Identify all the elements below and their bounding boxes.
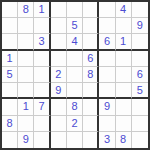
cell-r3c7[interactable]: 6 bbox=[99, 34, 115, 50]
cell-r4c5[interactable] bbox=[67, 51, 83, 67]
cell-r7c7[interactable]: 9 bbox=[99, 99, 115, 115]
cell-r6c4[interactable]: 9 bbox=[51, 83, 67, 99]
cell-r1c6[interactable] bbox=[83, 2, 99, 18]
cell-r8c8[interactable] bbox=[116, 116, 132, 132]
cell-r7c5[interactable]: 8 bbox=[67, 99, 83, 115]
cell-r8c4[interactable] bbox=[51, 116, 67, 132]
cell-r4c3[interactable] bbox=[34, 51, 50, 67]
cell-r9c9[interactable] bbox=[132, 132, 148, 148]
cell-r1c9[interactable] bbox=[132, 2, 148, 18]
cell-r7c8[interactable] bbox=[116, 99, 132, 115]
cell-r3c4[interactable] bbox=[51, 34, 67, 50]
cell-r5c6[interactable]: 8 bbox=[83, 67, 99, 83]
cell-r3c2[interactable] bbox=[18, 34, 34, 50]
cell-r5c2[interactable] bbox=[18, 67, 34, 83]
cell-r4c4[interactable] bbox=[51, 51, 67, 67]
cell-r9c1[interactable] bbox=[2, 132, 18, 148]
cell-r5c5[interactable] bbox=[67, 67, 83, 83]
cell-r9c3[interactable] bbox=[34, 132, 50, 148]
cell-r2c8[interactable] bbox=[116, 18, 132, 34]
cell-r1c4[interactable] bbox=[51, 2, 67, 18]
cell-r1c7[interactable] bbox=[99, 2, 115, 18]
cell-r3c9[interactable] bbox=[132, 34, 148, 50]
cell-r8c3[interactable] bbox=[34, 116, 50, 132]
cell-r8c6[interactable] bbox=[83, 116, 99, 132]
cell-r2c2[interactable] bbox=[18, 18, 34, 34]
cell-r9c4[interactable] bbox=[51, 132, 67, 148]
cell-r1c8[interactable]: 4 bbox=[116, 2, 132, 18]
cell-r6c2[interactable] bbox=[18, 83, 34, 99]
cell-r9c7[interactable]: 3 bbox=[99, 132, 115, 148]
cell-r2c9[interactable]: 9 bbox=[132, 18, 148, 34]
cell-r3c6[interactable] bbox=[83, 34, 99, 50]
cell-r4c2[interactable] bbox=[18, 51, 34, 67]
cell-r4c9[interactable] bbox=[132, 51, 148, 67]
cell-r9c8[interactable]: 8 bbox=[116, 132, 132, 148]
cell-r6c8[interactable] bbox=[116, 83, 132, 99]
cell-r2c3[interactable] bbox=[34, 18, 50, 34]
cell-r7c9[interactable] bbox=[132, 99, 148, 115]
cell-r8c7[interactable] bbox=[99, 116, 115, 132]
cell-r2c7[interactable] bbox=[99, 18, 115, 34]
cell-r8c9[interactable] bbox=[132, 116, 148, 132]
cell-r7c6[interactable] bbox=[83, 99, 99, 115]
cell-r5c9[interactable]: 6 bbox=[132, 67, 148, 83]
cell-r2c5[interactable]: 5 bbox=[67, 18, 83, 34]
cell-r1c2[interactable]: 8 bbox=[18, 2, 34, 18]
cell-r9c6[interactable] bbox=[83, 132, 99, 148]
cell-r6c3[interactable] bbox=[34, 83, 50, 99]
cell-r2c1[interactable] bbox=[2, 18, 18, 34]
cell-r2c6[interactable] bbox=[83, 18, 99, 34]
cell-r1c3[interactable]: 1 bbox=[34, 2, 50, 18]
cell-r5c7[interactable] bbox=[99, 67, 115, 83]
cell-r6c5[interactable] bbox=[67, 83, 83, 99]
cell-r6c6[interactable] bbox=[83, 83, 99, 99]
cell-r4c6[interactable]: 6 bbox=[83, 51, 99, 67]
cell-r3c8[interactable]: 1 bbox=[116, 34, 132, 50]
cell-r4c8[interactable] bbox=[116, 51, 132, 67]
sudoku-board: 81459346116528695178982938 bbox=[0, 0, 150, 150]
cell-r5c8[interactable] bbox=[116, 67, 132, 83]
cell-r8c5[interactable]: 2 bbox=[67, 116, 83, 132]
cell-r8c2[interactable] bbox=[18, 116, 34, 132]
cell-r6c1[interactable] bbox=[2, 83, 18, 99]
cell-r7c1[interactable] bbox=[2, 99, 18, 115]
cell-r2c4[interactable] bbox=[51, 18, 67, 34]
cell-r5c1[interactable]: 5 bbox=[2, 67, 18, 83]
cell-r9c2[interactable]: 9 bbox=[18, 132, 34, 148]
cell-r1c1[interactable] bbox=[2, 2, 18, 18]
cell-r3c5[interactable]: 4 bbox=[67, 34, 83, 50]
cell-r7c3[interactable]: 7 bbox=[34, 99, 50, 115]
cell-r8c1[interactable]: 8 bbox=[2, 116, 18, 132]
cell-r3c1[interactable] bbox=[2, 34, 18, 50]
cell-r1c5[interactable] bbox=[67, 2, 83, 18]
cell-r5c4[interactable]: 2 bbox=[51, 67, 67, 83]
cell-r7c2[interactable]: 1 bbox=[18, 99, 34, 115]
cell-r9c5[interactable] bbox=[67, 132, 83, 148]
cell-r3c3[interactable]: 3 bbox=[34, 34, 50, 50]
cell-r4c7[interactable] bbox=[99, 51, 115, 67]
cell-r5c3[interactable] bbox=[34, 67, 50, 83]
cell-r6c7[interactable] bbox=[99, 83, 115, 99]
cell-r7c4[interactable] bbox=[51, 99, 67, 115]
cell-r6c9[interactable]: 5 bbox=[132, 83, 148, 99]
cell-r4c1[interactable]: 1 bbox=[2, 51, 18, 67]
